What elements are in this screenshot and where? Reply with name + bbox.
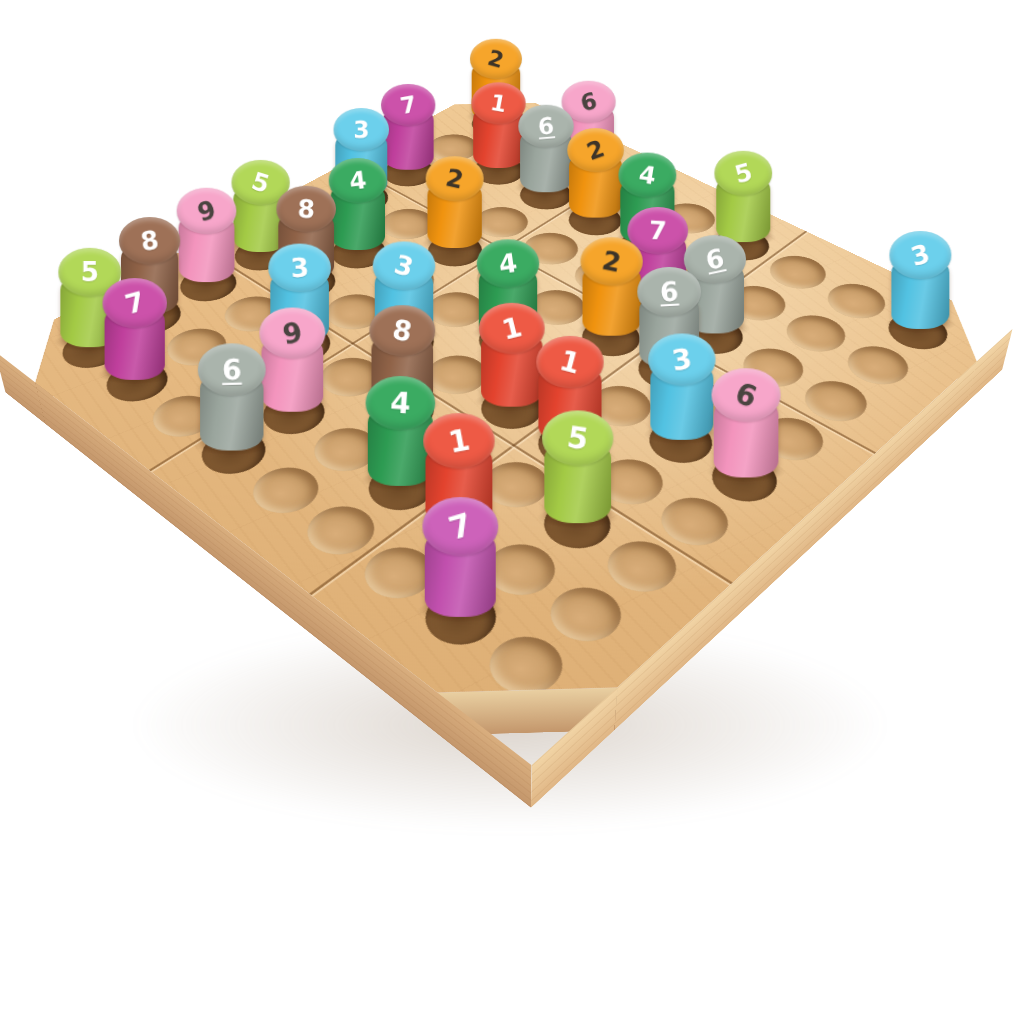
peg-digit: 8 [139, 227, 161, 255]
peg-digit: 3 [353, 118, 370, 142]
peg-top-face: 7 [381, 84, 435, 126]
peg-top-face: 6 [712, 368, 781, 422]
peg-digit: 5 [565, 422, 590, 455]
peg-top-face: 7 [103, 278, 167, 328]
peg-top-face: 1 [423, 413, 494, 468]
peg-digit: 6 [222, 355, 242, 384]
peg-top-face: 3 [334, 108, 390, 151]
peg-digit: 8 [297, 196, 315, 222]
product-photo-scene: 2 6 1 7 6 3 2 [0, 0, 1024, 1024]
peg-top-face: 3 [268, 244, 331, 292]
peg-digit: 7 [122, 288, 147, 319]
peg-digit: 2 [584, 136, 608, 164]
peg-digit: 1 [557, 346, 583, 378]
peg-top-face: 5 [542, 410, 613, 465]
peg-top-face: 2 [567, 128, 624, 172]
peg-top-face: 6 [518, 105, 573, 148]
peg-digit: 8 [390, 315, 414, 346]
number-peg[interactable]: 2 [581, 237, 643, 341]
peg-top-face: 1 [536, 336, 603, 388]
number-peg[interactable]: 6 [712, 368, 781, 484]
peg-top-face: 1 [479, 303, 545, 354]
peg-digit: 1 [489, 91, 509, 116]
peg-top-face: 6 [637, 267, 701, 316]
number-peg[interactable]: 9 [259, 308, 325, 419]
peg-digit: 2 [444, 165, 466, 193]
number-peg[interactable]: 5 [542, 410, 613, 530]
number-peg[interactable]: 2 [426, 156, 484, 253]
peg-top-face: 4 [329, 158, 387, 203]
peg-top-face: 5 [714, 151, 772, 196]
peg-digit: 7 [648, 217, 667, 243]
peg-top-face: 6 [198, 343, 266, 396]
peg-top-face: 8 [276, 186, 336, 232]
number-peg[interactable]: 5 [714, 151, 772, 248]
peg-digit: 1 [499, 313, 524, 344]
peg-top-face: 2 [470, 39, 522, 79]
peg-layer: 2 6 1 7 6 3 2 [0, 83, 1012, 765]
number-peg[interactable]: 9 [177, 188, 237, 288]
peg-top-face: 8 [369, 305, 435, 356]
peg-digit: 4 [497, 249, 519, 277]
peg-top-face: 3 [648, 333, 715, 385]
peg-digit: 4 [389, 388, 411, 418]
peg-digit: 6 [703, 245, 726, 274]
peg-top-face: 8 [119, 217, 180, 264]
number-peg[interactable]: 6 [518, 105, 573, 198]
peg-top-face: 9 [177, 188, 237, 234]
peg-digit: 9 [194, 196, 218, 225]
peg-top-face: 7 [422, 497, 498, 556]
number-peg[interactable]: 6 [198, 343, 266, 457]
peg-top-face: 3 [889, 231, 951, 279]
peg-digit: 5 [81, 259, 99, 285]
peg-digit: 6 [578, 89, 599, 115]
peg-top-face: 2 [426, 156, 484, 201]
peg-digit: 6 [659, 278, 679, 306]
number-peg[interactable]: 3 [648, 333, 715, 446]
peg-digit: 2 [486, 46, 507, 71]
peg-digit: 3 [908, 240, 933, 270]
peg-digit: 7 [445, 508, 475, 545]
number-peg[interactable]: 3 [889, 231, 951, 335]
peg-digit: 3 [670, 344, 694, 375]
peg-digit: 5 [732, 159, 755, 187]
sudoku-board: 2 6 1 7 6 3 2 [0, 83, 1012, 765]
peg-top-face: 9 [259, 308, 325, 359]
number-peg[interactable]: 2 [567, 128, 624, 223]
peg-digit: 4 [637, 162, 657, 189]
peg-digit: 7 [398, 92, 418, 117]
peg-digit: 2 [600, 247, 623, 276]
peg-top-face: 2 [581, 237, 643, 285]
peg-digit: 6 [537, 114, 555, 139]
peg-digit: 6 [732, 378, 761, 412]
number-peg[interactable]: 1 [479, 303, 545, 413]
number-peg[interactable]: 7 [103, 278, 167, 386]
peg-top-face: 3 [373, 241, 436, 289]
peg-digit: 9 [280, 318, 304, 349]
peg-digit: 1 [446, 424, 472, 457]
peg-digit: 3 [290, 254, 310, 281]
peg-top-face: 4 [618, 153, 676, 198]
number-peg[interactable]: 7 [422, 497, 498, 624]
peg-top-face: 4 [477, 239, 539, 287]
peg-digit: 5 [249, 168, 272, 196]
peg-digit: 3 [392, 251, 417, 281]
peg-digit: 4 [348, 167, 368, 193]
